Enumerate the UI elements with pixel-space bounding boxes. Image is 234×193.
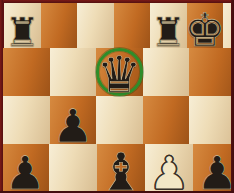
- square-d5[interactable]: ♟: [145, 144, 193, 191]
- square-b6[interactable]: ♟: [50, 96, 97, 144]
- piece-black-pawn-b6[interactable]: ♟: [52, 103, 93, 149]
- piece-black-rook-e8[interactable]: ♜: [150, 12, 186, 52]
- square-c5[interactable]: ♝: [97, 144, 145, 191]
- piece-black-queen-c7[interactable]: ♛: [97, 50, 142, 100]
- square-e8[interactable]: ♜: [150, 3, 187, 48]
- square-c8[interactable]: [77, 3, 114, 48]
- square-d6[interactable]: [143, 96, 190, 144]
- board-frame-bottom: [0, 191, 234, 193]
- square-a5[interactable]: ♟: [1, 144, 49, 191]
- square-e5[interactable]: ♟: [193, 144, 234, 191]
- square-b8[interactable]: [41, 3, 78, 48]
- piece-black-pawn-e5[interactable]: ♟: [196, 150, 234, 193]
- board-frame-top: [0, 0, 234, 3]
- square-f8[interactable]: ♚: [187, 3, 224, 48]
- square-a7[interactable]: [3, 48, 50, 96]
- square-a6[interactable]: [3, 96, 50, 144]
- square-d7[interactable]: [143, 48, 190, 96]
- square-d8[interactable]: [114, 3, 151, 48]
- board-frame-right: [231, 0, 234, 193]
- piece-black-bishop-c5[interactable]: ♝: [98, 146, 145, 193]
- piece-black-rook-a8[interactable]: ♜: [4, 12, 40, 52]
- piece-black-pawn-a5[interactable]: ♟: [4, 150, 45, 193]
- square-b7[interactable]: [50, 48, 97, 96]
- square-e6[interactable]: [189, 96, 234, 144]
- piece-white-pawn-d5[interactable]: ♟: [148, 150, 189, 193]
- chess-board-viewport: ♜♜♚♛♟♟♝♟♟: [0, 0, 234, 193]
- square-a8[interactable]: ♜: [4, 3, 41, 48]
- board-frame-left: [0, 0, 3, 193]
- square-c7[interactable]: ♛: [96, 48, 143, 96]
- piece-black-king-f8[interactable]: ♚: [184, 7, 225, 53]
